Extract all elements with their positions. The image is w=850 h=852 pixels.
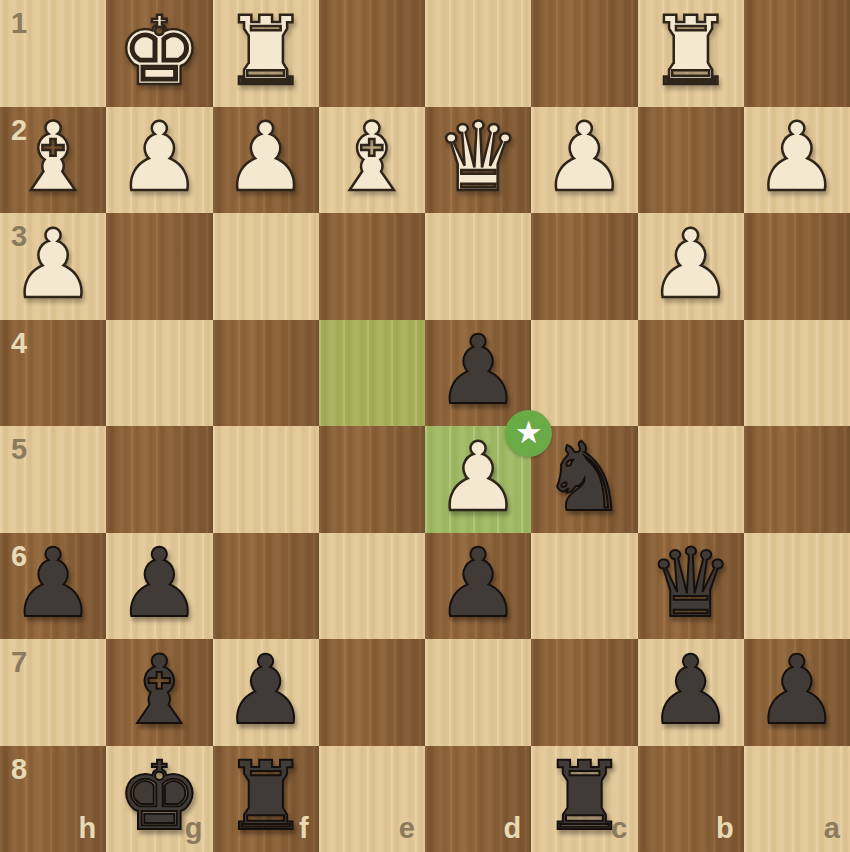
black-knight[interactable]: ♞	[542, 430, 627, 525]
square-c2[interactable]: ♟	[531, 107, 637, 214]
black-pawn[interactable]: ♟	[436, 536, 521, 631]
square-g6[interactable]: ♟	[106, 533, 212, 640]
square-f5[interactable]	[213, 426, 319, 533]
square-e5[interactable]	[319, 426, 425, 533]
square-a3[interactable]	[744, 213, 850, 320]
square-g2[interactable]: ♟	[106, 107, 212, 214]
white-bishop[interactable]: ♝	[329, 110, 414, 205]
black-pawn[interactable]: ♟	[754, 643, 839, 738]
square-e4[interactable]	[319, 320, 425, 427]
square-h2[interactable]: 2♝	[0, 107, 106, 214]
rank-label-1: 1	[11, 9, 27, 38]
white-pawn[interactable]: ♟	[648, 217, 733, 312]
square-d3[interactable]	[425, 213, 531, 320]
square-h8[interactable]: 8h	[0, 746, 106, 852]
square-b4[interactable]	[638, 320, 744, 427]
square-g1[interactable]: ♚	[106, 0, 212, 107]
square-g3[interactable]	[106, 213, 212, 320]
black-pawn[interactable]: ♟	[11, 536, 96, 631]
black-rook[interactable]: ♜	[542, 749, 627, 844]
square-d8[interactable]: d	[425, 746, 531, 852]
square-c1[interactable]	[531, 0, 637, 107]
square-f8[interactable]: f♜	[213, 746, 319, 852]
square-g5[interactable]	[106, 426, 212, 533]
square-a1[interactable]	[744, 0, 850, 107]
square-f7[interactable]: ♟	[213, 639, 319, 746]
black-rook[interactable]: ♜	[223, 749, 308, 844]
white-rook[interactable]: ♜	[648, 4, 733, 99]
square-h6[interactable]: 6♟	[0, 533, 106, 640]
square-b2[interactable]	[638, 107, 744, 214]
square-g7[interactable]: ♝	[106, 639, 212, 746]
white-queen[interactable]: ♛	[436, 110, 521, 205]
square-c3[interactable]	[531, 213, 637, 320]
square-c8[interactable]: c♜	[531, 746, 637, 852]
square-a2[interactable]: ♟	[744, 107, 850, 214]
square-b5[interactable]	[638, 426, 744, 533]
rank-label-7: 7	[11, 648, 27, 677]
rank-label-5: 5	[11, 435, 27, 464]
square-b7[interactable]: ♟	[638, 639, 744, 746]
black-bishop[interactable]: ♝	[117, 643, 202, 738]
black-pawn[interactable]: ♟	[117, 536, 202, 631]
black-pawn[interactable]: ♟	[436, 323, 521, 418]
best-move-badge: ★	[505, 410, 552, 457]
square-d4[interactable]: ♟	[425, 320, 531, 427]
file-label-e: e	[399, 814, 415, 843]
square-b8[interactable]: b	[638, 746, 744, 852]
black-queen[interactable]: ♛	[648, 536, 733, 631]
white-king[interactable]: ♚	[117, 4, 202, 99]
white-rook[interactable]: ♜	[223, 4, 308, 99]
square-c6[interactable]	[531, 533, 637, 640]
white-bishop[interactable]: ♝	[11, 110, 96, 205]
file-label-h: h	[79, 814, 97, 843]
white-pawn[interactable]: ♟	[11, 217, 96, 312]
square-a7[interactable]: ♟	[744, 639, 850, 746]
best-move-star-icon: ★	[515, 417, 543, 448]
file-label-d: d	[504, 814, 522, 843]
square-f3[interactable]	[213, 213, 319, 320]
rank-label-8: 8	[11, 755, 27, 784]
square-b6[interactable]: ♛	[638, 533, 744, 640]
square-b3[interactable]: ♟	[638, 213, 744, 320]
white-pawn[interactable]: ♟	[754, 110, 839, 205]
square-b1[interactable]: ♜	[638, 0, 744, 107]
square-e2[interactable]: ♝	[319, 107, 425, 214]
black-king[interactable]: ♚	[117, 749, 202, 844]
white-pawn[interactable]: ♟	[117, 110, 202, 205]
black-pawn[interactable]: ♟	[223, 643, 308, 738]
square-c7[interactable]	[531, 639, 637, 746]
square-d1[interactable]	[425, 0, 531, 107]
square-h3[interactable]: 3♟	[0, 213, 106, 320]
white-pawn[interactable]: ♟	[223, 110, 308, 205]
square-h1[interactable]: 1	[0, 0, 106, 107]
square-e6[interactable]	[319, 533, 425, 640]
square-a6[interactable]	[744, 533, 850, 640]
square-e3[interactable]	[319, 213, 425, 320]
black-pawn[interactable]: ♟	[648, 643, 733, 738]
square-e7[interactable]	[319, 639, 425, 746]
square-f4[interactable]	[213, 320, 319, 427]
square-h4[interactable]: 4	[0, 320, 106, 427]
square-a5[interactable]	[744, 426, 850, 533]
square-a8[interactable]: a	[744, 746, 850, 852]
square-d2[interactable]: ♛	[425, 107, 531, 214]
square-d5[interactable]: ♟★	[425, 426, 531, 533]
square-c4[interactable]	[531, 320, 637, 427]
square-f6[interactable]	[213, 533, 319, 640]
square-a4[interactable]	[744, 320, 850, 427]
square-h5[interactable]: 5	[0, 426, 106, 533]
file-label-b: b	[716, 814, 734, 843]
white-pawn[interactable]: ♟	[542, 110, 627, 205]
square-d7[interactable]	[425, 639, 531, 746]
rank-label-4: 4	[11, 329, 27, 358]
square-e8[interactable]: e	[319, 746, 425, 852]
square-f1[interactable]: ♜	[213, 0, 319, 107]
square-f2[interactable]: ♟	[213, 107, 319, 214]
square-h7[interactable]: 7	[0, 639, 106, 746]
square-g4[interactable]	[106, 320, 212, 427]
file-label-a: a	[824, 814, 840, 843]
square-d6[interactable]: ♟	[425, 533, 531, 640]
square-e1[interactable]	[319, 0, 425, 107]
chess-board: 1♚♜♜2♝♟♟♝♛♟♟3♟♟4♟5♟★♞6♟♟♟♛7♝♟♟♟8hg♚f♜edc…	[0, 0, 850, 852]
square-g8[interactable]: g♚	[106, 746, 212, 852]
